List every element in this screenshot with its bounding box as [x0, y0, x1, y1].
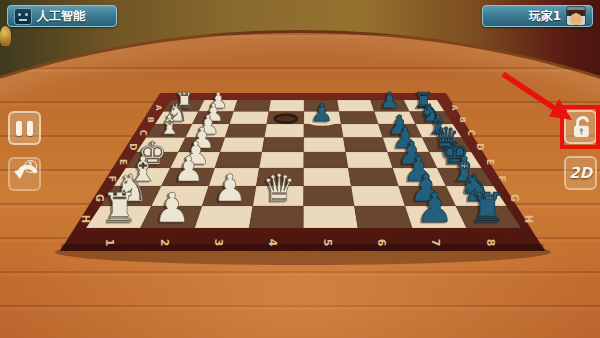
blue-rook-h8[interactable]: ♜: [469, 184, 506, 232]
rank-label-1: 1: [103, 239, 116, 247]
square-e5[interactable]: [304, 152, 348, 168]
file-label-right-E: E: [485, 159, 495, 165]
file-label-left-B: B: [146, 117, 155, 123]
board-scene: 12345678HHGGFFEEDDCCBBAA ♜♟♜♟♞♟♞♟♝♟♝♟♟♛♟…: [0, 0, 600, 338]
square-d5[interactable]: [304, 138, 346, 153]
file-label-right-H: H: [523, 215, 534, 223]
square-d6[interactable]: [343, 138, 387, 153]
square-h5[interactable]: [304, 206, 358, 228]
square-a3[interactable]: [234, 100, 271, 112]
rank-label-8: 8: [484, 239, 497, 247]
square-g5[interactable]: [304, 186, 355, 206]
white-rook-h1[interactable]: ♜: [101, 184, 138, 232]
square-a4[interactable]: [269, 100, 304, 112]
rank-label-4: 4: [266, 239, 279, 247]
blue-pawn-h7[interactable]: ♟: [417, 184, 454, 232]
square-f6[interactable]: [348, 168, 398, 186]
square-b3[interactable]: [229, 112, 268, 125]
rank-label-5: 5: [321, 239, 334, 247]
file-label-left-H: H: [80, 215, 91, 223]
square-f5[interactable]: [304, 168, 351, 186]
blue-pawn-b5[interactable]: ♟: [311, 99, 333, 127]
square-d3[interactable]: [220, 138, 264, 153]
white-queen-g4[interactable]: ♛: [262, 166, 296, 210]
square-e6[interactable]: [346, 152, 393, 168]
file-label-right-A: A: [450, 105, 459, 111]
square-a6[interactable]: [337, 100, 374, 112]
file-label-right-G: G: [509, 194, 520, 202]
rank-label-3: 3: [212, 239, 225, 247]
rank-label-2: 2: [158, 239, 171, 247]
square-b6[interactable]: [339, 112, 378, 125]
rank-label-7: 7: [429, 239, 442, 247]
tutorial-highlight-box: [560, 105, 600, 149]
white-pawn-g3[interactable]: ♟: [213, 166, 247, 210]
square-c3[interactable]: [225, 124, 267, 138]
chess-app-screen: { "game": "chess", "app_mode": "3d-board…: [0, 0, 600, 338]
legal-move-ring-b4[interactable]: [275, 115, 297, 123]
white-pawn-h2[interactable]: ♟: [154, 184, 191, 232]
rank-label-6: 6: [375, 239, 388, 247]
square-h6[interactable]: [354, 206, 412, 228]
square-c4[interactable]: [264, 124, 303, 138]
square-d4[interactable]: [262, 138, 304, 153]
file-label-right-F: F: [497, 176, 508, 182]
square-g6[interactable]: [351, 186, 405, 206]
square-c6[interactable]: [341, 124, 383, 138]
